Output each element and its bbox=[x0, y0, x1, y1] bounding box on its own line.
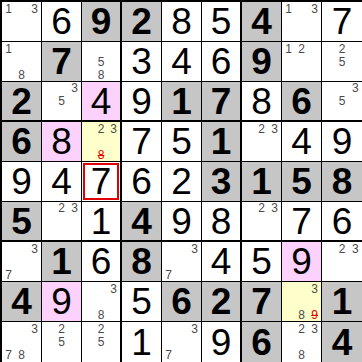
solved-digit: 9 bbox=[11, 163, 32, 200]
solved-digit: 5 bbox=[131, 283, 152, 320]
solved-digit: 6 bbox=[91, 243, 112, 280]
cell-r2c1[interactable]: 18 bbox=[2, 42, 42, 82]
solved-digit: 6 bbox=[131, 163, 152, 200]
cell-r4c5[interactable]: 5 bbox=[162, 122, 202, 162]
solved-digit: 9 bbox=[211, 324, 232, 361]
candidate-grid: 238 bbox=[82, 122, 120, 161]
candidate-grid: 35 bbox=[322, 82, 362, 120]
eliminated-candidate: 8 bbox=[97, 149, 106, 161]
cell-r4c7[interactable]: 23 bbox=[242, 122, 282, 162]
cell-r6c4[interactable]: 4 bbox=[122, 202, 162, 242]
candidate-digit: 3 bbox=[268, 122, 281, 135]
candidate-digit: 3 bbox=[308, 322, 321, 335]
candidate-digit: 1 bbox=[2, 42, 15, 55]
candidate-digit: 3 bbox=[28, 242, 41, 255]
cell-r3c4[interactable]: 9 bbox=[122, 82, 162, 122]
cell-r5c7[interactable]: 1 bbox=[242, 162, 282, 202]
cell-r3c7[interactable]: 8 bbox=[242, 82, 282, 122]
cell-r2c4[interactable]: 3 bbox=[122, 42, 162, 82]
given-digit: 3 bbox=[211, 163, 232, 200]
candidate-grid: 23 bbox=[42, 202, 81, 240]
cell-r4c2[interactable]: 8 bbox=[42, 122, 82, 162]
cell-r9c8[interactable]: 238 bbox=[282, 322, 322, 362]
candidate-digit: 1 bbox=[2, 2, 15, 15]
given-digit: 7 bbox=[51, 43, 72, 80]
cell-r8c6[interactable]: 2 bbox=[202, 282, 242, 322]
cell-r5c9[interactable]: 8 bbox=[322, 162, 362, 202]
cell-r8c7[interactable]: 7 bbox=[242, 282, 282, 322]
solved-digit: 8 bbox=[251, 83, 272, 120]
candidate-digit: 3 bbox=[349, 242, 362, 255]
candidate-grid: 37 bbox=[162, 242, 201, 281]
candidate-digit: 5 bbox=[55, 335, 68, 348]
cell-r9c2[interactable]: 25 bbox=[42, 322, 82, 362]
cell-r2c3[interactable]: 58 bbox=[82, 42, 122, 82]
candidate-grid: 38 bbox=[82, 282, 120, 321]
cell-r3c2[interactable]: 35 bbox=[42, 82, 82, 122]
cell-r6c2[interactable]: 23 bbox=[42, 202, 82, 242]
cell-r7c8[interactable]: 9 bbox=[282, 242, 322, 282]
candidate-digit: 3 bbox=[308, 282, 321, 295]
candidate-digit: 2 bbox=[335, 42, 348, 55]
solved-digit: 4 bbox=[211, 243, 232, 280]
candidate-digit: 8 bbox=[295, 308, 308, 321]
given-digit: 2 bbox=[11, 83, 32, 120]
cell-r6c5[interactable]: 9 bbox=[162, 202, 202, 242]
candidate-digit: 2 bbox=[95, 322, 108, 335]
given-digit: 6 bbox=[291, 83, 312, 120]
candidate-digit: 2 bbox=[255, 202, 268, 215]
solved-digit: 1 bbox=[91, 203, 112, 240]
given-digit: 2 bbox=[211, 283, 232, 320]
solved-digit: 9 bbox=[51, 283, 72, 320]
cell-r8c2[interactable]: 9 bbox=[42, 282, 82, 322]
cell-r7c7[interactable]: 5 bbox=[242, 242, 282, 282]
cell-r4c3[interactable]: 238 bbox=[82, 122, 122, 162]
given-digit: 9 bbox=[251, 43, 272, 80]
cell-r6c8[interactable]: 7 bbox=[282, 202, 322, 242]
cell-r1c2[interactable]: 6 bbox=[42, 2, 82, 42]
candidate-grid: 389 bbox=[282, 282, 321, 321]
cell-r7c2[interactable]: 1 bbox=[42, 242, 82, 282]
solved-digit: 2 bbox=[171, 163, 192, 200]
cell-r5c5[interactable]: 2 bbox=[162, 162, 202, 202]
candidate-digit: 5 bbox=[55, 95, 68, 108]
cell-r6c3[interactable]: 1 bbox=[82, 202, 122, 242]
cell-r1c6[interactable]: 5 bbox=[202, 2, 242, 42]
candidate-digit: 3 bbox=[68, 202, 81, 215]
cell-r8c3[interactable]: 38 bbox=[82, 282, 122, 322]
given-digit: 4 bbox=[11, 283, 32, 320]
eliminated-candidate: 9 bbox=[310, 309, 319, 321]
cell-r2c6[interactable]: 6 bbox=[202, 42, 242, 82]
candidate-digit: 2 bbox=[55, 202, 68, 215]
candidate-grid: 37 bbox=[162, 322, 201, 362]
cell-r6c7[interactable]: 23 bbox=[242, 202, 282, 242]
cell-r5c3[interactable]: 7 bbox=[82, 162, 122, 202]
cell-r9c9[interactable]: 4 bbox=[322, 322, 362, 362]
cell-r2c5[interactable]: 4 bbox=[162, 42, 202, 82]
candidate-grid: 238 bbox=[282, 322, 321, 362]
cell-r6c9[interactable]: 6 bbox=[322, 202, 362, 242]
candidate-digit: 7 bbox=[2, 349, 15, 362]
cell-r8c8[interactable]: 389 bbox=[282, 282, 322, 322]
cell-r5c1[interactable]: 9 bbox=[2, 162, 42, 202]
cell-r1c1[interactable]: 13 bbox=[2, 2, 42, 42]
given-digit: 8 bbox=[131, 243, 152, 280]
candidate-digit: 5 bbox=[95, 55, 108, 68]
candidate-digit: 3 bbox=[107, 122, 120, 135]
candidate-digit: 2 bbox=[335, 242, 348, 255]
cell-r1c5[interactable]: 8 bbox=[162, 2, 202, 42]
candidate-digit: 2 bbox=[295, 42, 308, 55]
candidate-digit: 8 bbox=[95, 308, 108, 321]
candidate-grid: 18 bbox=[2, 42, 41, 81]
solved-digit: 7 bbox=[332, 3, 353, 40]
cell-r9c4[interactable]: 1 bbox=[122, 322, 162, 362]
given-digit: 7 bbox=[211, 83, 232, 120]
given-digit: 2 bbox=[131, 3, 152, 40]
cell-r4c8[interactable]: 4 bbox=[282, 122, 322, 162]
solved-digit: 9 bbox=[131, 83, 152, 120]
cell-r1c3[interactable]: 9 bbox=[82, 2, 122, 42]
cell-r8c1[interactable]: 4 bbox=[2, 282, 42, 322]
cell-r1c4[interactable]: 2 bbox=[122, 2, 162, 42]
candidate-digit: 3 bbox=[188, 322, 201, 335]
solved-digit: 8 bbox=[171, 3, 192, 40]
cell-r2c9[interactable]: 25 bbox=[322, 42, 362, 82]
candidate-digit: 8 bbox=[295, 349, 308, 362]
candidate-digit: 2 bbox=[95, 122, 108, 135]
cell-r6c6[interactable]: 8 bbox=[202, 202, 242, 242]
cell-r2c2[interactable]: 7 bbox=[42, 42, 82, 82]
cell-r7c5[interactable]: 37 bbox=[162, 242, 202, 282]
given-digit: 9 bbox=[91, 3, 112, 40]
solved-digit: 7 bbox=[131, 123, 152, 160]
solved-digit: 4 bbox=[91, 83, 112, 120]
cell-r3c5[interactable]: 1 bbox=[162, 82, 202, 122]
candidate-grid: 23 bbox=[242, 122, 281, 161]
cell-r3c1[interactable]: 2 bbox=[2, 82, 42, 122]
solved-digit: 3 bbox=[131, 43, 152, 80]
solved-digit: 5 bbox=[171, 123, 192, 160]
cell-r5c4[interactable]: 6 bbox=[122, 162, 162, 202]
solved-digit: 6 bbox=[332, 203, 353, 240]
candidate-grid: 35 bbox=[42, 82, 81, 120]
solved-digit: 8 bbox=[51, 123, 72, 160]
cell-r7c1[interactable]: 37 bbox=[2, 242, 42, 282]
solved-digit: 9 bbox=[291, 243, 312, 280]
cell-r2c7[interactable]: 9 bbox=[242, 42, 282, 82]
candidate-grid: 23 bbox=[242, 202, 281, 240]
sudoku-board: 1369285413718758346912252354917863568238… bbox=[0, 0, 362, 362]
given-digit: 6 bbox=[171, 283, 192, 320]
candidate-digit: 5 bbox=[95, 335, 108, 348]
candidate-grid: 25 bbox=[82, 322, 120, 362]
solved-digit: 6 bbox=[51, 3, 72, 40]
cell-r8c5[interactable]: 6 bbox=[162, 282, 202, 322]
given-digit: 5 bbox=[11, 203, 32, 240]
given-digit: 4 bbox=[332, 324, 353, 361]
given-digit: 7 bbox=[251, 283, 272, 320]
candidate-digit: 3 bbox=[28, 2, 41, 15]
given-digit: 4 bbox=[131, 203, 152, 240]
candidate-digit: 3 bbox=[68, 82, 81, 95]
cell-r3c8[interactable]: 6 bbox=[282, 82, 322, 122]
cell-r5c2[interactable]: 4 bbox=[42, 162, 82, 202]
cell-r6c1[interactable]: 5 bbox=[2, 202, 42, 242]
cell-r7c4[interactable]: 8 bbox=[122, 242, 162, 282]
cell-r9c6[interactable]: 9 bbox=[202, 322, 242, 362]
cell-r5c8[interactable]: 5 bbox=[282, 162, 322, 202]
cell-r3c3[interactable]: 4 bbox=[82, 82, 122, 122]
given-digit: 8 bbox=[332, 163, 353, 200]
candidate-digit: 7 bbox=[162, 268, 175, 281]
candidate-digit: 8 bbox=[15, 349, 28, 362]
cell-r4c9[interactable]: 9 bbox=[322, 122, 362, 162]
cell-r9c1[interactable]: 378 bbox=[2, 322, 42, 362]
candidate-grid: 378 bbox=[2, 322, 41, 362]
candidate-grid: 25 bbox=[322, 42, 362, 81]
given-digit: 6 bbox=[251, 324, 272, 361]
cell-r9c5[interactable]: 37 bbox=[162, 322, 202, 362]
candidate-grid: 12 bbox=[282, 42, 321, 81]
candidate-digit: 2 bbox=[55, 322, 68, 335]
solved-digit: 4 bbox=[51, 163, 72, 200]
candidate-grid: 13 bbox=[2, 2, 41, 41]
cell-r7c9[interactable]: 23 bbox=[322, 242, 362, 282]
candidate-digit: 8 bbox=[95, 68, 108, 81]
given-digit: 4 bbox=[251, 3, 272, 40]
cell-r3c6[interactable]: 7 bbox=[202, 82, 242, 122]
given-digit: 1 bbox=[51, 243, 72, 280]
candidate-grid: 37 bbox=[2, 242, 41, 281]
candidate-digit: 3 bbox=[107, 282, 120, 295]
cell-r5c6[interactable]: 3 bbox=[202, 162, 242, 202]
given-digit: 1 bbox=[332, 283, 353, 320]
solved-digit: 9 bbox=[171, 203, 192, 240]
cell-r8c9[interactable]: 1 bbox=[322, 282, 362, 322]
solved-digit: 8 bbox=[211, 203, 232, 240]
candidate-digit: 3 bbox=[28, 322, 41, 335]
solved-digit: 7 bbox=[91, 163, 112, 200]
candidate-digit: 1 bbox=[282, 2, 295, 15]
candidate-digit: 3 bbox=[308, 2, 321, 15]
given-digit: 1 bbox=[251, 163, 272, 200]
candidate-digit: 7 bbox=[162, 349, 175, 362]
given-digit: 5 bbox=[291, 163, 312, 200]
cell-r4c1[interactable]: 6 bbox=[2, 122, 42, 162]
candidate-digit: 3 bbox=[188, 242, 201, 255]
solved-digit: 6 bbox=[211, 43, 232, 80]
cell-r7c6[interactable]: 4 bbox=[202, 242, 242, 282]
candidate-grid: 23 bbox=[322, 242, 362, 281]
given-digit: 1 bbox=[211, 123, 232, 160]
candidate-digit: 1 bbox=[282, 42, 295, 55]
given-digit: 1 bbox=[171, 83, 192, 120]
solved-digit: 4 bbox=[171, 43, 192, 80]
cell-r1c9[interactable]: 7 bbox=[322, 2, 362, 42]
candidate-grid: 25 bbox=[42, 322, 81, 362]
cell-r7c3[interactable]: 6 bbox=[82, 242, 122, 282]
candidate-digit: 3 bbox=[349, 82, 362, 95]
candidate-digit: 3 bbox=[268, 202, 281, 215]
cell-r4c6[interactable]: 1 bbox=[202, 122, 242, 162]
candidate-digit: 2 bbox=[255, 122, 268, 135]
cell-r4c4[interactable]: 7 bbox=[122, 122, 162, 162]
solved-digit: 5 bbox=[251, 243, 272, 280]
solved-digit: 4 bbox=[291, 123, 312, 160]
cell-r3c9[interactable]: 35 bbox=[322, 82, 362, 122]
cell-r8c4[interactable]: 5 bbox=[122, 282, 162, 322]
solved-digit: 9 bbox=[332, 123, 353, 160]
cell-r1c8[interactable]: 13 bbox=[282, 2, 322, 42]
cell-r1c7[interactable]: 4 bbox=[242, 2, 282, 42]
given-digit: 6 bbox=[11, 123, 32, 160]
solved-digit: 5 bbox=[211, 3, 232, 40]
candidate-digit: 2 bbox=[295, 322, 308, 335]
candidate-grid: 13 bbox=[282, 2, 321, 41]
candidate-digit: 7 bbox=[2, 268, 15, 281]
cell-r9c3[interactable]: 25 bbox=[82, 322, 122, 362]
solved-digit: 7 bbox=[291, 203, 312, 240]
candidate-digit: 5 bbox=[335, 55, 348, 68]
candidate-digit: 8 bbox=[15, 68, 28, 81]
cell-r9c7[interactable]: 6 bbox=[242, 322, 282, 362]
cell-r2c8[interactable]: 12 bbox=[282, 42, 322, 82]
candidate-digit: 5 bbox=[335, 95, 348, 108]
solved-digit: 1 bbox=[131, 324, 152, 361]
candidate-grid: 58 bbox=[82, 42, 120, 81]
